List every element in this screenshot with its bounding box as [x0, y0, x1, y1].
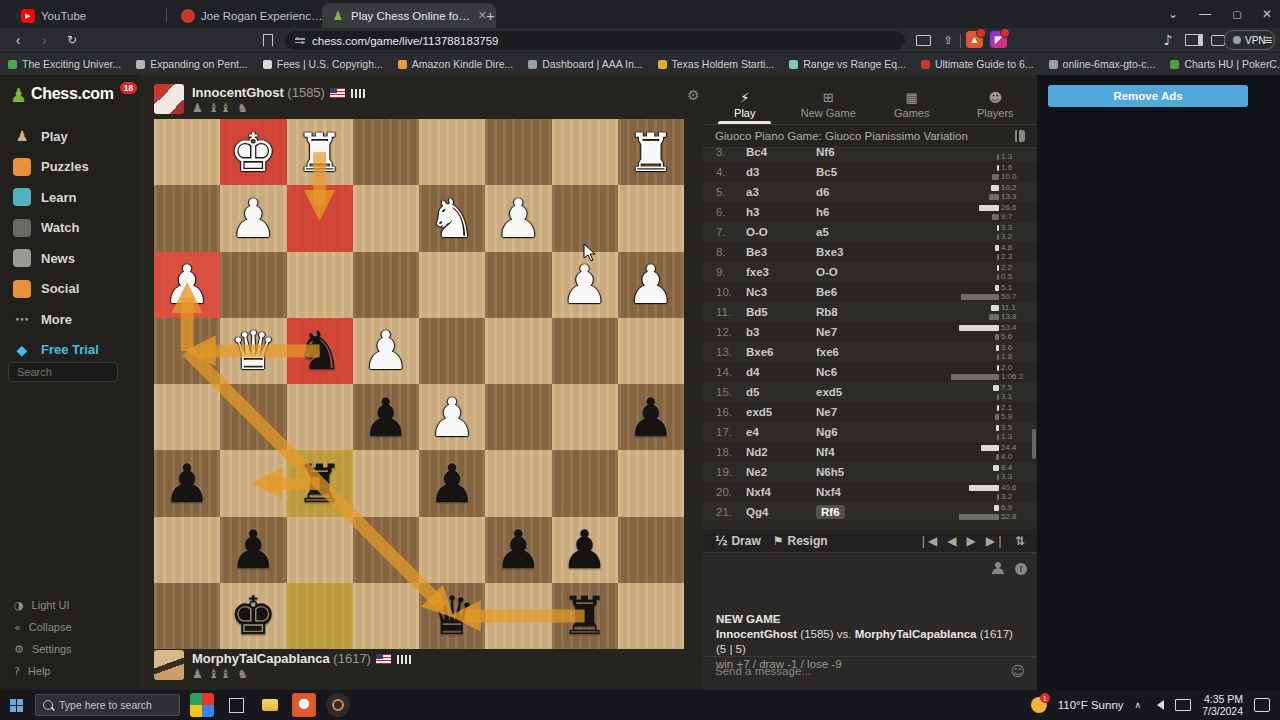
sidebar-item-watch[interactable]: Watch	[0, 214, 140, 242]
board-square[interactable]	[154, 185, 220, 251]
move-row[interactable]: 19.Ne2N6h58.43.3	[703, 462, 1037, 482]
white-pawn[interactable]: ♟	[419, 384, 485, 450]
close-window-button[interactable]: ✕	[1252, 0, 1280, 28]
black-move[interactable]: Ne7	[816, 406, 888, 418]
board-square[interactable]	[618, 517, 684, 583]
black-move[interactable]: N6h5	[816, 466, 888, 478]
move-row[interactable]: 9.fxe3O-O2.20.5	[703, 262, 1037, 282]
board-square[interactable]	[485, 450, 551, 516]
board-square[interactable]: ♜	[618, 119, 684, 185]
bookmark-favicon	[658, 60, 667, 69]
move-times: 10.213.3	[919, 184, 1037, 201]
board-square[interactable]	[419, 318, 485, 384]
black-move[interactable]: Rb8	[816, 306, 888, 318]
hidden-icons-chevron[interactable]: ∧	[1135, 700, 1142, 710]
collapse-icon: «	[14, 621, 21, 634]
bookmark-label: Expanding on Pent...	[150, 58, 248, 70]
minimize-button[interactable]: —	[1190, 0, 1220, 28]
sidebar-search-input[interactable]	[8, 362, 118, 382]
board-square[interactable]	[485, 318, 551, 384]
move-number: 21.	[703, 506, 746, 518]
board-square[interactable]: ♟	[154, 252, 220, 318]
board-square[interactable]	[552, 119, 618, 185]
move-row[interactable]: 15.d5exd57.53.1	[703, 382, 1037, 402]
news-icon	[13, 249, 31, 267]
board-square[interactable]	[154, 583, 220, 649]
board-square[interactable]	[618, 185, 684, 251]
white-move[interactable]: Nc3	[746, 286, 816, 298]
game-controls: ½Draw ⚑Resign ❘◀◀▶▶❘⇅	[703, 529, 1037, 553]
tab-title: Joe Rogan Experience #2171 - E	[201, 10, 327, 22]
share-icon[interactable]: ⇧	[938, 30, 958, 50]
refresh-icon[interactable]: ↻	[62, 30, 82, 50]
board-square[interactable]: ♟	[618, 252, 684, 318]
sidebar-item-news[interactable]: News	[0, 244, 140, 272]
board-square[interactable]	[419, 252, 485, 318]
bookmark-favicon	[1049, 60, 1058, 69]
board-square[interactable]	[353, 185, 419, 251]
sidebar-item-label: Free Trial	[41, 342, 99, 357]
taskbar-clock[interactable]: 4:35 PM7/3/2024	[1202, 693, 1243, 717]
side-panel-icon[interactable]	[1184, 30, 1204, 50]
board-square[interactable]	[552, 185, 618, 251]
board-square[interactable]: ♟	[220, 517, 286, 583]
white-king[interactable]: ♚	[220, 119, 286, 185]
black-move[interactable]: Ne7	[816, 326, 888, 338]
opening-book-icon[interactable]	[1015, 130, 1025, 142]
move-row[interactable]: 6.h3h626.69.7	[703, 202, 1037, 222]
move-times: 40.63.2	[919, 484, 1037, 501]
board-square[interactable]: ♞	[287, 318, 353, 384]
player-name-bottom[interactable]: MorphyTalCapablanca (1617)	[192, 651, 411, 666]
white-move[interactable]: d3	[746, 166, 816, 178]
bookmark-label: Fees | U.S. Copyrigh...	[277, 58, 383, 70]
move-times: 4.82.3	[919, 244, 1037, 261]
emoji-icon[interactable]: ☺	[1010, 663, 1025, 679]
black-pawn[interactable]: ♟	[154, 450, 220, 516]
last-move-button[interactable]: ▶❘	[986, 534, 1005, 548]
tab-separator	[166, 8, 167, 22]
bookmark-item[interactable]: Expanding on Pent...	[136, 58, 248, 70]
white-move[interactable]: Be3	[746, 246, 816, 258]
move-times: 2.15.9	[919, 404, 1037, 421]
board-square[interactable]: ♟	[618, 384, 684, 450]
board-square[interactable]: ♟	[485, 185, 551, 251]
black-pawn[interactable]: ♟	[618, 384, 684, 450]
play-icon: ♟	[13, 127, 31, 145]
panel-tab-players[interactable]: ☻Players	[954, 84, 1038, 124]
chat-input[interactable]: Send a message... ☺	[703, 656, 1037, 685]
white-move[interactable]: Bxe6	[746, 346, 816, 358]
white-move[interactable]: Nd2	[746, 446, 816, 458]
move-number: 11.	[703, 306, 746, 318]
free-trial-diamond-icon: ◆	[13, 341, 31, 359]
white-pawn[interactable]: ♟	[618, 252, 684, 318]
connection-bars-icon	[351, 89, 366, 98]
bookmark-favicon	[136, 60, 145, 69]
chess-icon: ♟	[331, 9, 345, 23]
board-square[interactable]	[287, 252, 353, 318]
board-square[interactable]: ♞	[419, 185, 485, 251]
add-friend-icon[interactable]	[992, 562, 1005, 575]
board-square[interactable]: ♟	[552, 517, 618, 583]
board-square[interactable]	[618, 583, 684, 649]
first-move-button[interactable]: ❘◀	[918, 534, 937, 548]
bookmark-favicon	[1170, 60, 1179, 69]
black-move[interactable]: d6	[816, 186, 888, 198]
back-icon[interactable]: ‹	[8, 30, 28, 50]
black-knight[interactable]: ♞	[287, 318, 353, 384]
move-row[interactable]: 18.Nd2Nf424.44.0	[703, 442, 1037, 462]
info-icon[interactable]: !	[1015, 563, 1027, 575]
move-list[interactable]: 3.Bc4Nf61.34.d3Bc51.610.05.a3d610.213.36…	[703, 148, 1037, 529]
panel-tab-play[interactable]: ⚡Play	[703, 84, 787, 124]
black-pawn[interactable]: ♟	[485, 517, 551, 583]
sidebar-footer-collapse[interactable]: «Collapse	[0, 616, 140, 638]
board-square[interactable]	[154, 119, 220, 185]
board-square[interactable]: ♜	[287, 450, 353, 516]
board-square[interactable]	[220, 450, 286, 516]
board-square[interactable]	[419, 517, 485, 583]
white-move[interactable]: fxe3	[746, 266, 816, 278]
black-move[interactable]: Nf4	[816, 446, 888, 458]
captured-pieces-top: ♟ ♝♝ ♞	[192, 101, 249, 115]
black-pawn[interactable]: ♟	[353, 384, 419, 450]
bookmark-item[interactable]: Ultimate Guide to 6...	[921, 58, 1034, 70]
sidebar-item-learn[interactable]: Learn	[0, 183, 140, 211]
board-square[interactable]: ♟	[353, 318, 419, 384]
youtube-icon: ▶	[21, 9, 35, 23]
bookmark-item[interactable]: Amazon Kindle Dire...	[398, 58, 514, 70]
move-number: 16.	[703, 406, 746, 418]
move-row[interactable]: 13.Bxe6fxe63.61.8	[703, 342, 1037, 362]
white-pawn[interactable]: ♟	[154, 252, 220, 318]
player-name-top[interactable]: InnocentGhost (1585)	[192, 85, 365, 100]
browser-tab-strip: ▶YouTubeJoe Rogan Experience #2171 - E♟P…	[0, 0, 1280, 28]
black-move[interactable]: Rf6	[816, 506, 888, 518]
maximize-button[interactable]: ▢	[1222, 0, 1252, 28]
move-times: 1.3	[919, 148, 1037, 161]
draw-button[interactable]: ½Draw	[703, 534, 761, 548]
move-times: 7.53.1	[919, 384, 1037, 401]
board-square[interactable]: ♟	[220, 185, 286, 251]
us-flag-icon	[376, 654, 391, 664]
chess-board[interactable]: ♚♜♜♟♞♟♟♟♟♛♞♟♟♟♟♟♜♟♟♟♟♚♛♜	[154, 119, 684, 649]
light-ui-icon: ◑	[14, 599, 24, 612]
bookmark-item[interactable]: Range vs Range Eq...	[789, 58, 906, 70]
move-row[interactable]: 3.Bc4Nf61.3	[703, 148, 1037, 162]
white-move[interactable]: Nxf4	[746, 486, 816, 498]
board-square[interactable]	[353, 517, 419, 583]
black-move[interactable]: Nc6	[816, 366, 888, 378]
move-row[interactable]: 11.Bd5Rb811.113.8	[703, 302, 1037, 322]
move-times: 6.952.8	[919, 504, 1037, 521]
site-settings-icon[interactable]	[295, 38, 305, 43]
resign-button[interactable]: ⚑Resign	[761, 534, 828, 548]
taskbar-search[interactable]: Type here to search	[35, 694, 180, 716]
extension-icon[interactable]: ◤	[990, 31, 1007, 48]
browser-icon[interactable]	[326, 693, 350, 717]
move-row[interactable]: 12.b3Ne753.45.6	[703, 322, 1037, 342]
footer-label: Light UI	[32, 599, 70, 611]
move-number: 3.	[703, 148, 746, 158]
bookmark-item[interactable]: Charts HU | PokerC...	[1170, 58, 1280, 70]
board-square[interactable]	[154, 517, 220, 583]
browser-tab[interactable]: ♟Play Chess Online for FREE - 2 P✕	[322, 3, 496, 28]
white-move[interactable]: Qg4	[746, 506, 816, 518]
shield-extension-icon[interactable]: ▲	[966, 31, 983, 48]
move-row[interactable]: 10.Nc3Be65.150.7	[703, 282, 1037, 302]
board-square[interactable]: ♟	[154, 450, 220, 516]
white-rook[interactable]: ♜	[618, 119, 684, 185]
board-square[interactable]: ♚	[220, 583, 286, 649]
move-number: 6.	[703, 206, 746, 218]
bookmark-favicon	[398, 60, 407, 69]
move-row[interactable]: 20.Nxf4Nxf440.63.2	[703, 482, 1037, 502]
move-times: 11.113.8	[919, 304, 1037, 321]
white-move[interactable]: e4	[746, 426, 816, 438]
white-rook[interactable]: ♜	[287, 119, 353, 185]
black-move[interactable]: fxe6	[816, 346, 888, 358]
white-queen[interactable]: ♛	[220, 318, 286, 384]
play-icon: ⚡	[740, 90, 749, 105]
sidebar-item-play[interactable]: ♟Play	[0, 122, 140, 150]
browser-tab[interactable]: ▶YouTube	[12, 3, 180, 28]
board-square[interactable]: ♜	[287, 119, 353, 185]
sidebar-item-label: Puzzles	[41, 159, 89, 174]
black-pawn[interactable]: ♟	[552, 517, 618, 583]
bookmark-label: Texas Holdem Starti...	[672, 58, 775, 70]
browser-tab[interactable]: Joe Rogan Experience #2171 - E	[172, 3, 336, 28]
board-square[interactable]	[154, 318, 220, 384]
sidebar-item-social[interactable]: Social	[0, 275, 140, 303]
board-square[interactable]	[485, 119, 551, 185]
board-square[interactable]: ♟	[419, 450, 485, 516]
board-square[interactable]	[220, 252, 286, 318]
avatar[interactable]	[154, 84, 184, 114]
move-row[interactable]: 17.e4Ng63.51.3	[703, 422, 1037, 442]
opening-name: Giuoco Piano Game: Giuoco Pianissimo Var…	[703, 125, 1037, 148]
weather-icon[interactable]: 1	[1031, 697, 1047, 713]
social-icon	[13, 280, 31, 298]
bookmark-item[interactable]: Fees | U.S. Copyrigh...	[263, 58, 383, 70]
board-square[interactable]	[552, 384, 618, 450]
watch-icon	[13, 219, 31, 237]
board-square[interactable]	[353, 450, 419, 516]
remove-ads-button[interactable]: Remove Ads	[1048, 85, 1248, 107]
board-square[interactable]	[287, 384, 353, 450]
white-move[interactable]: h3	[746, 206, 816, 218]
players-icon: ☻	[988, 90, 1002, 105]
bookmark-favicon	[528, 60, 537, 69]
black-move[interactable]: Ng6	[816, 426, 888, 438]
media-control-icon[interactable]: ♪	[1158, 30, 1178, 50]
task-view-icon[interactable]	[224, 693, 248, 717]
taskbar-app-icon[interactable]	[190, 693, 214, 717]
black-rook[interactable]: ♜	[287, 450, 353, 516]
black-queen[interactable]: ♛	[419, 583, 485, 649]
sidebar-item-free-trial[interactable]: ◆Free Trial	[0, 336, 140, 364]
board-settings-gear-icon[interactable]: ⚙	[687, 87, 700, 103]
board-square[interactable]	[287, 517, 353, 583]
board-square[interactable]: ♟	[419, 384, 485, 450]
menu-icon[interactable]: ≡	[1258, 30, 1278, 50]
bookmark-item[interactable]: online-6max-gto-c...	[1049, 58, 1156, 70]
move-row[interactable]: 21.Qg4Rf66.952.8	[703, 502, 1037, 522]
start-button[interactable]	[10, 699, 23, 712]
next-move-button[interactable]: ▶	[966, 534, 975, 548]
board-square[interactable]: ♟	[552, 252, 618, 318]
white-pawn[interactable]: ♟	[485, 185, 551, 251]
sidebar-item-more[interactable]: ⋯More	[0, 305, 140, 333]
black-move[interactable]: Be6	[816, 286, 888, 298]
white-move[interactable]: Bc4	[746, 148, 816, 158]
brave-icon[interactable]	[292, 693, 316, 717]
avatar[interactable]	[154, 650, 184, 680]
board-square[interactable]	[618, 450, 684, 516]
bookmark-label: Range vs Range Eq...	[803, 58, 906, 70]
board-square[interactable]	[154, 384, 220, 450]
board-square[interactable]: ♛	[220, 318, 286, 384]
game-panel: ⚡Play⊞New Game▦Games☻Players Giuoco Pian…	[703, 84, 1037, 689]
sidebar-footer-settings[interactable]: ⚙Settings	[0, 638, 140, 660]
black-move[interactable]: h6	[816, 206, 888, 218]
flip-board-button[interactable]: ⇅	[1015, 534, 1025, 548]
forward-icon[interactable]: ›	[34, 30, 54, 50]
white-move[interactable]: exd5	[746, 406, 816, 418]
previous-move-button[interactable]: ◀	[947, 534, 956, 548]
logo-pawn-icon: ♟	[10, 85, 27, 105]
board-square[interactable]	[485, 252, 551, 318]
white-knight[interactable]: ♞	[419, 185, 485, 251]
bookmark-favicon	[263, 60, 272, 69]
white-move[interactable]: b3	[746, 326, 816, 338]
move-row[interactable]: 7.O-Oa53.33.2	[703, 222, 1037, 242]
board-square[interactable]	[485, 384, 551, 450]
move-row[interactable]: 4.d3Bc51.610.0	[703, 162, 1037, 182]
sidebar-item-puzzles[interactable]: Puzzles	[0, 153, 140, 181]
move-number: 13.	[703, 346, 746, 358]
panel-tab-label: Play	[734, 107, 755, 119]
move-times: 3.61.8	[919, 344, 1037, 361]
chesscom-logo[interactable]: ♟ Chess.com 18	[10, 85, 137, 105]
move-number: 12.	[703, 326, 746, 338]
board-square[interactable]	[353, 252, 419, 318]
white-move[interactable]: Ne2	[746, 466, 816, 478]
bookmark-favicon	[921, 60, 930, 69]
black-move[interactable]: Bc5	[816, 166, 888, 178]
black-move[interactable]: Nf6	[816, 148, 888, 158]
move-row[interactable]: 14.d4Nc62.01:06.2	[703, 362, 1037, 382]
bookmark-icon[interactable]	[258, 30, 278, 50]
move-row[interactable]: 8.Be3Bxe34.82.3	[703, 242, 1037, 262]
bookmark-label: online-6max-gto-c...	[1063, 58, 1156, 70]
board-square[interactable]: ♟	[353, 384, 419, 450]
move-number: 10.	[703, 286, 746, 298]
black-pawn[interactable]: ♟	[220, 517, 286, 583]
captured-pieces-bottom: ♟ ♝♝ ♞	[192, 667, 249, 681]
bookmark-label: Ultimate Guide to 6...	[935, 58, 1034, 70]
white-pawn[interactable]: ♟	[353, 318, 419, 384]
white-move[interactable]: a3	[746, 186, 816, 198]
black-move[interactable]: Bxe3	[816, 246, 888, 258]
sidebar-footer-light-ui[interactable]: ◑Light UI	[0, 594, 140, 616]
black-king[interactable]: ♚	[220, 583, 286, 649]
board-square[interactable]	[287, 185, 353, 251]
network-icon[interactable]	[1175, 699, 1191, 711]
move-list-scrollbar[interactable]	[1032, 429, 1036, 459]
bookmark-item[interactable]: The Exciting Univer...	[8, 58, 121, 70]
board-square[interactable]	[287, 583, 353, 649]
board-square[interactable]	[552, 318, 618, 384]
board-square[interactable]	[552, 450, 618, 516]
white-move[interactable]: d4	[746, 366, 816, 378]
weather-text[interactable]: 110°F Sunny	[1058, 699, 1124, 711]
black-rook[interactable]: ♜	[552, 583, 618, 649]
volume-icon[interactable]	[1152, 700, 1164, 710]
bookmark-label: The Exciting Univer...	[22, 58, 121, 70]
board-square[interactable]	[220, 384, 286, 450]
move-row[interactable]: 5.a3d610.213.3	[703, 182, 1037, 202]
connection-bars-icon	[397, 655, 412, 664]
board-square[interactable]	[419, 119, 485, 185]
board-square[interactable]: ♛	[419, 583, 485, 649]
address-bar[interactable]: chess.com/game/live/113788183759	[285, 31, 905, 50]
bookmark-item[interactable]: Texas Holdem Starti...	[658, 58, 775, 70]
chesscom-sidebar: ♟ Chess.com 18 ♟PlayPuzzlesLearnWatchNew…	[0, 75, 140, 690]
tab-search-chevron-icon[interactable]: ⌄	[1158, 0, 1188, 28]
white-pawn[interactable]: ♟	[552, 252, 618, 318]
black-move[interactable]: O-O	[816, 266, 888, 278]
move-times: 1.610.0	[919, 164, 1037, 181]
white-move[interactable]: O-O	[746, 226, 816, 238]
panel-tab-new-game[interactable]: ⊞New Game	[787, 84, 871, 124]
sidebar-item-label: Social	[41, 281, 79, 296]
cast-icon[interactable]	[913, 30, 933, 50]
board-square[interactable]	[618, 318, 684, 384]
black-pawn[interactable]: ♟	[419, 450, 485, 516]
file-explorer-icon[interactable]	[258, 693, 282, 717]
black-move[interactable]: Nxf4	[816, 486, 888, 498]
panel-tab-games[interactable]: ▦Games	[870, 84, 954, 124]
tab-title: YouTube	[41, 10, 86, 22]
white-move[interactable]: d5	[746, 386, 816, 398]
black-move[interactable]: exd5	[816, 386, 888, 398]
new-tab-button[interactable]: +	[482, 3, 504, 28]
board-square[interactable]: ♟	[485, 517, 551, 583]
bookmark-item[interactable]: Dashboard | AAA In...	[528, 58, 642, 70]
notification-center-icon[interactable]	[1254, 698, 1270, 712]
board-square[interactable]	[353, 119, 419, 185]
white-move[interactable]: Bd5	[746, 306, 816, 318]
sidebar-footer-help[interactable]: ?Help	[0, 660, 140, 682]
tab-title: Play Chess Online for FREE - 2 P	[351, 10, 472, 22]
move-number: 7.	[703, 226, 746, 238]
move-number: 15.	[703, 386, 746, 398]
board-square[interactable]	[353, 583, 419, 649]
black-move[interactable]: a5	[816, 226, 888, 238]
move-times: 5.150.7	[919, 284, 1037, 301]
top-player-row: InnocentGhost (1585) ♟ ♝♝ ♞ ⊖ 2:32	[154, 84, 684, 118]
board-square[interactable]: ♜	[552, 583, 618, 649]
move-row[interactable]: 16.exd5Ne72.15.9	[703, 402, 1037, 422]
move-number: 8.	[703, 246, 746, 258]
board-square[interactable]: ♚	[220, 119, 286, 185]
sidebar-item-label: News	[41, 251, 75, 266]
white-pawn[interactable]: ♟	[220, 185, 286, 251]
board-square[interactable]	[485, 583, 551, 649]
panel-tab-label: New Game	[801, 107, 856, 119]
